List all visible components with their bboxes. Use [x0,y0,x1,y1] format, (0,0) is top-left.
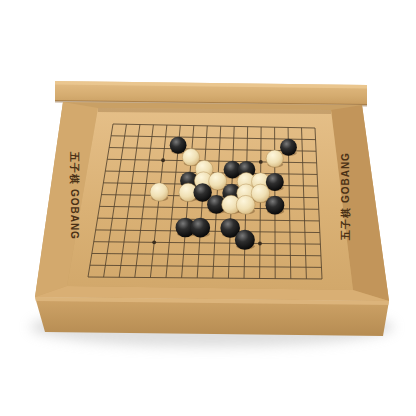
right-wall-brand-label: 五子棋 GOBANG [340,152,351,241]
white-stone[interactable] [209,172,227,190]
left-wall-brand-label: 五子棋 GOBANG [69,151,80,240]
star-point [161,158,165,162]
board-svg: 五子棋 GOBANG 五子棋 GOBANG [0,0,416,416]
black-stone[interactable] [235,230,255,250]
product-photo-gobang-board: 五子棋 GOBANG 五子棋 GOBANG [0,0,416,416]
star-point [152,240,156,244]
white-stone[interactable] [266,150,283,167]
black-stone[interactable] [280,139,297,156]
white-stone[interactable] [182,149,199,166]
star-point [258,242,262,246]
black-stone[interactable] [170,137,187,154]
white-stone[interactable] [251,184,269,202]
black-stone[interactable] [190,218,210,238]
white-stone[interactable] [150,183,168,201]
star-point [259,160,263,164]
black-stone[interactable] [266,196,285,215]
white-stone[interactable] [236,195,255,214]
black-stone[interactable] [266,173,284,191]
